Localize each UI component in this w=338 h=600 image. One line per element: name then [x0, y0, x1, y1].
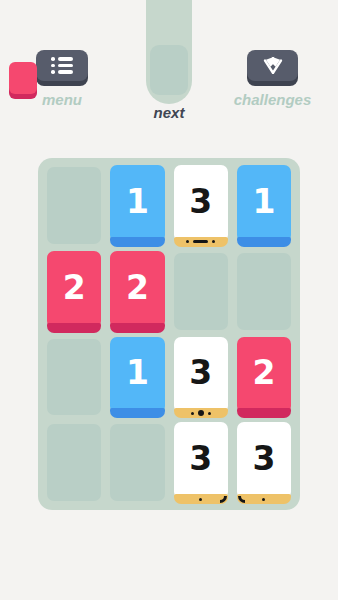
tile-2[interactable]: 2	[110, 251, 164, 328]
face-mark	[212, 240, 215, 243]
tile-bottom-edge	[237, 237, 291, 247]
tile-bottom-edge	[110, 237, 164, 247]
tile-2[interactable]: 2	[47, 251, 101, 328]
tile-value: 3	[189, 185, 212, 222]
next-label: next	[134, 104, 204, 121]
tile-value: 3	[252, 442, 275, 479]
board-cell-r1c1: 2	[110, 253, 164, 330]
tile-1[interactable]: 1	[237, 165, 291, 242]
board-cell-r3c0	[47, 424, 101, 501]
menu-button-group: menu	[36, 50, 88, 107]
challenges-button[interactable]	[247, 50, 298, 81]
tile-value: 3	[189, 442, 212, 479]
next-tile-column	[146, 0, 192, 104]
next-tile	[9, 62, 37, 94]
game-board[interactable]: 1312213233	[38, 158, 300, 510]
tile-value: 3	[189, 356, 212, 393]
face-mark	[191, 412, 194, 415]
tile-bottom-edge	[110, 408, 164, 418]
tile-bottom-edge	[174, 494, 228, 504]
board-cell-r2c0	[47, 339, 101, 416]
tile-1[interactable]: 1	[110, 165, 164, 242]
crossed-flags-icon	[259, 55, 287, 77]
tile-value: 1	[252, 185, 275, 222]
board-cell-r3c3: 3	[237, 424, 291, 501]
face-mark	[262, 498, 265, 501]
board-cell-r1c0: 2	[47, 253, 101, 330]
board-cell-r0c2: 3	[174, 167, 228, 244]
board-cell-r2c3: 2	[237, 339, 291, 416]
face-mark	[193, 240, 208, 243]
tile-bottom-edge	[110, 323, 164, 333]
tile-bottom-edge	[237, 408, 291, 418]
board-cell-r0c1: 1	[110, 167, 164, 244]
menu-list-icon	[51, 57, 73, 74]
tile-2[interactable]: 2	[237, 337, 291, 414]
tile-3[interactable]: 3	[174, 337, 228, 414]
challenges-button-group: challenges	[247, 50, 298, 107]
challenges-label: challenges	[234, 92, 312, 107]
tile-value: 1	[126, 185, 149, 222]
face-mark	[220, 496, 227, 503]
tile-value: 2	[252, 356, 275, 393]
menu-label: menu	[42, 92, 82, 107]
board-cell-r2c1: 1	[110, 339, 164, 416]
board-cell-r1c3	[237, 253, 291, 330]
tile-1[interactable]: 1	[110, 337, 164, 414]
board-cell-r2c2: 3	[174, 339, 228, 416]
face-mark	[238, 496, 245, 503]
face-mark	[208, 412, 211, 415]
tile-3[interactable]: 3	[174, 165, 228, 242]
face-mark	[199, 498, 202, 501]
board-cell-r3c2: 3	[174, 424, 228, 501]
tile-bottom-edge	[47, 323, 101, 333]
menu-button[interactable]	[36, 50, 88, 81]
board-cell-r0c0	[47, 167, 101, 244]
face-mark	[198, 410, 204, 416]
next-tile-slot	[150, 45, 188, 95]
board-cell-r0c3: 1	[237, 167, 291, 244]
board-cell-r1c2	[174, 253, 228, 330]
tile-value: 2	[63, 271, 86, 308]
tile-3[interactable]: 3	[237, 422, 291, 499]
tile-value: 2	[126, 271, 149, 308]
tile-value: 1	[126, 356, 149, 393]
face-mark	[186, 240, 189, 243]
tile-bottom-edge	[174, 408, 228, 418]
board-cell-r3c1	[110, 424, 164, 501]
tile-bottom-edge	[237, 494, 291, 504]
tile-3[interactable]: 3	[174, 422, 228, 499]
threes-app-screen: menu next challenges	[0, 0, 338, 600]
tile-bottom-edge	[174, 237, 228, 247]
